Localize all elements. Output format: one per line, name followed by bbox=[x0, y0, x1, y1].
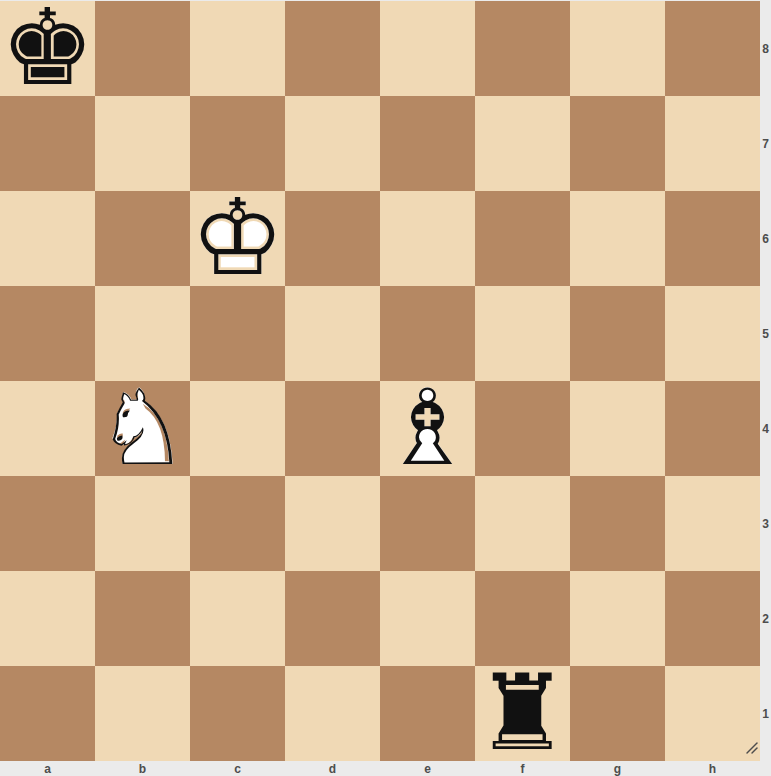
square-b1[interactable] bbox=[95, 666, 190, 761]
piece-glyph: ♔ bbox=[190, 191, 285, 286]
square-c4[interactable] bbox=[190, 381, 285, 476]
square-h4[interactable] bbox=[665, 381, 760, 476]
rank-label-4: 4 bbox=[760, 381, 771, 476]
rank-labels: 87654321 bbox=[760, 1, 771, 761]
file-labels: abcdefgh bbox=[0, 761, 760, 776]
square-b7[interactable] bbox=[95, 96, 190, 191]
square-c8[interactable] bbox=[190, 1, 285, 96]
resize-grip-line bbox=[752, 748, 757, 753]
square-c2[interactable] bbox=[190, 571, 285, 666]
rank-label-1: 1 bbox=[760, 666, 771, 761]
piece-glyph: ♗ bbox=[380, 381, 475, 476]
chess-board[interactable]: ♚♚♔♞♘♝♗♜ bbox=[0, 1, 760, 761]
square-h8[interactable] bbox=[665, 1, 760, 96]
rank-label-2: 2 bbox=[760, 571, 771, 666]
file-label-h: h bbox=[665, 761, 760, 776]
square-e8[interactable] bbox=[380, 1, 475, 96]
file-label-f: f bbox=[475, 761, 570, 776]
square-g7[interactable] bbox=[570, 96, 665, 191]
square-f3[interactable] bbox=[475, 476, 570, 571]
square-b3[interactable] bbox=[95, 476, 190, 571]
square-d1[interactable] bbox=[285, 666, 380, 761]
square-h6[interactable] bbox=[665, 191, 760, 286]
square-d6[interactable] bbox=[285, 191, 380, 286]
square-c3[interactable] bbox=[190, 476, 285, 571]
square-b8[interactable] bbox=[95, 1, 190, 96]
square-a5[interactable] bbox=[0, 286, 95, 381]
square-f1[interactable]: ♜ bbox=[475, 666, 570, 761]
resize-grip-line bbox=[747, 743, 757, 753]
square-c5[interactable] bbox=[190, 286, 285, 381]
black-rook-on-f1[interactable]: ♜ bbox=[475, 666, 570, 761]
square-d7[interactable] bbox=[285, 96, 380, 191]
square-e1[interactable] bbox=[380, 666, 475, 761]
resize-handle-icon[interactable] bbox=[743, 739, 759, 755]
square-g1[interactable] bbox=[570, 666, 665, 761]
piece-glyph: ♜ bbox=[475, 666, 570, 761]
square-f8[interactable] bbox=[475, 1, 570, 96]
square-f4[interactable] bbox=[475, 381, 570, 476]
file-label-d: d bbox=[285, 761, 380, 776]
square-b2[interactable] bbox=[95, 571, 190, 666]
rank-label-6: 6 bbox=[760, 191, 771, 286]
rank-label-5: 5 bbox=[760, 286, 771, 381]
square-d2[interactable] bbox=[285, 571, 380, 666]
square-h3[interactable] bbox=[665, 476, 760, 571]
white-knight-on-b4[interactable]: ♞♘ bbox=[95, 381, 190, 476]
rank-label-8: 8 bbox=[760, 1, 771, 96]
square-a4[interactable] bbox=[0, 381, 95, 476]
square-h5[interactable] bbox=[665, 286, 760, 381]
file-label-a: a bbox=[0, 761, 95, 776]
square-a1[interactable] bbox=[0, 666, 95, 761]
square-d8[interactable] bbox=[285, 1, 380, 96]
square-g6[interactable] bbox=[570, 191, 665, 286]
square-b6[interactable] bbox=[95, 191, 190, 286]
black-king-on-a8[interactable]: ♚ bbox=[0, 1, 95, 96]
piece-glyph: ♚ bbox=[0, 1, 95, 96]
square-g3[interactable] bbox=[570, 476, 665, 571]
square-a3[interactable] bbox=[0, 476, 95, 571]
square-a8[interactable]: ♚ bbox=[0, 1, 95, 96]
file-label-b: b bbox=[95, 761, 190, 776]
square-g2[interactable] bbox=[570, 571, 665, 666]
white-bishop-on-e4[interactable]: ♝♗ bbox=[380, 381, 475, 476]
square-f5[interactable] bbox=[475, 286, 570, 381]
square-a7[interactable] bbox=[0, 96, 95, 191]
rank-label-7: 7 bbox=[760, 96, 771, 191]
square-e3[interactable] bbox=[380, 476, 475, 571]
file-label-c: c bbox=[190, 761, 285, 776]
square-c6[interactable]: ♚♔ bbox=[190, 191, 285, 286]
file-label-g: g bbox=[570, 761, 665, 776]
square-g4[interactable] bbox=[570, 381, 665, 476]
square-d5[interactable] bbox=[285, 286, 380, 381]
piece-glyph: ♘ bbox=[95, 381, 190, 476]
square-a6[interactable] bbox=[0, 191, 95, 286]
square-f7[interactable] bbox=[475, 96, 570, 191]
square-b4[interactable]: ♞♘ bbox=[95, 381, 190, 476]
square-d4[interactable] bbox=[285, 381, 380, 476]
square-h2[interactable] bbox=[665, 571, 760, 666]
square-g5[interactable] bbox=[570, 286, 665, 381]
square-a2[interactable] bbox=[0, 571, 95, 666]
square-h7[interactable] bbox=[665, 96, 760, 191]
square-g8[interactable] bbox=[570, 1, 665, 96]
rank-label-3: 3 bbox=[760, 476, 771, 571]
square-e6[interactable] bbox=[380, 191, 475, 286]
square-e2[interactable] bbox=[380, 571, 475, 666]
square-e4[interactable]: ♝♗ bbox=[380, 381, 475, 476]
file-label-e: e bbox=[380, 761, 475, 776]
square-d3[interactable] bbox=[285, 476, 380, 571]
white-king-on-c6[interactable]: ♚♔ bbox=[190, 191, 285, 286]
square-f6[interactable] bbox=[475, 191, 570, 286]
square-c1[interactable] bbox=[190, 666, 285, 761]
square-e7[interactable] bbox=[380, 96, 475, 191]
